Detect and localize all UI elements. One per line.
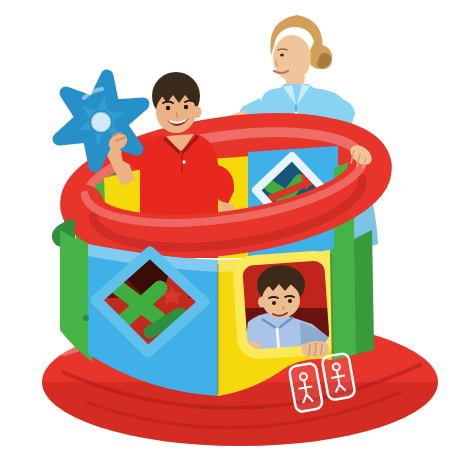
woman-face: [273, 35, 311, 81]
boy-eye-right: [184, 105, 188, 109]
panel-green-right-shade: [354, 230, 374, 355]
boy-shirt-button: [182, 160, 185, 163]
air-valve: [83, 315, 89, 321]
toddler-eye-right: [288, 299, 292, 303]
woman-eye: [280, 53, 284, 56]
toddler-ear: [258, 297, 266, 308]
boy-eye-left: [166, 106, 170, 110]
toddler: [240, 258, 334, 354]
product-photo: [0, 0, 450, 450]
toddler-face: [262, 282, 300, 318]
toddler-eye-left: [272, 301, 276, 305]
boy-ear: [193, 106, 202, 118]
bouncer-photo-svg: [0, 0, 450, 450]
